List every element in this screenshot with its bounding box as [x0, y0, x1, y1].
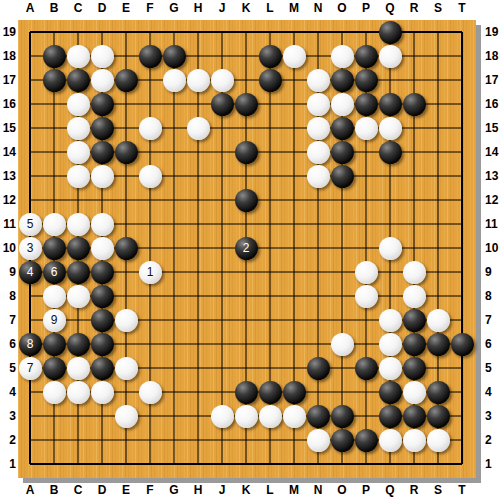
row-label-17: 17 — [485, 73, 498, 87]
white-stone-R9 — [403, 261, 426, 284]
white-stone-B11 — [43, 213, 66, 236]
black-stone-Q4 — [379, 381, 402, 404]
black-stone-S6 — [427, 333, 450, 356]
intersection-A10[interactable]: 3 — [18, 236, 42, 260]
row-label-6: 6 — [485, 337, 492, 351]
row-label-5: 5 — [9, 361, 16, 375]
black-stone-P5 — [355, 357, 378, 380]
white-stone-S7 — [427, 309, 450, 332]
intersection-C6[interactable] — [66, 332, 90, 356]
intersection-C18[interactable] — [66, 44, 90, 68]
intersection-R9[interactable] — [402, 260, 426, 284]
white-stone-C15 — [67, 117, 90, 140]
white-stone-D18 — [91, 45, 114, 68]
black-stone-M4 — [283, 381, 306, 404]
col-label-Q: Q — [385, 1, 394, 15]
col-label-T: T — [458, 1, 465, 15]
row-label-9: 9 — [9, 265, 16, 279]
intersection-E7[interactable] — [114, 308, 138, 332]
black-stone-Q14 — [379, 141, 402, 164]
row-label-18: 18 — [485, 49, 498, 63]
intersection-D9[interactable] — [90, 260, 114, 284]
intersection-H17[interactable] — [186, 68, 210, 92]
intersection-D17[interactable] — [90, 68, 114, 92]
intersection-B4[interactable] — [42, 380, 66, 404]
black-stone-D7 — [91, 309, 114, 332]
white-stone-R2 — [403, 429, 426, 452]
intersection-K3[interactable] — [234, 404, 258, 428]
intersection-F9[interactable]: 1 — [138, 260, 162, 284]
white-stone-C13 — [67, 165, 90, 188]
white-stone-S2 — [427, 429, 450, 452]
intersection-O2[interactable] — [330, 428, 354, 452]
intersection-B7[interactable]: 9 — [42, 308, 66, 332]
white-stone-F9: 1 — [139, 261, 162, 284]
intersection-Q5[interactable] — [378, 356, 402, 380]
black-stone-A9: 4 — [19, 261, 42, 284]
intersection-R6[interactable] — [402, 332, 426, 356]
white-stone-E7 — [115, 309, 138, 332]
col-label-H: H — [194, 1, 203, 15]
intersection-D8[interactable] — [90, 284, 114, 308]
white-stone-C16 — [67, 93, 90, 116]
intersection-R5[interactable] — [402, 356, 426, 380]
black-stone-C6 — [67, 333, 90, 356]
white-stone-C11 — [67, 213, 90, 236]
white-stone-A5: 7 — [19, 357, 42, 380]
intersection-E5[interactable] — [114, 356, 138, 380]
row-label-10: 10 — [485, 241, 498, 255]
intersection-P8[interactable] — [354, 284, 378, 308]
intersection-H15[interactable] — [186, 116, 210, 140]
intersection-L17[interactable] — [258, 68, 282, 92]
intersection-J3[interactable] — [210, 404, 234, 428]
row-label-12: 12 — [485, 193, 498, 207]
col-label-J: J — [219, 483, 226, 497]
intersection-N15[interactable] — [306, 116, 330, 140]
intersection-C15[interactable] — [66, 116, 90, 140]
intersection-O14[interactable] — [330, 140, 354, 164]
black-stone-A6: 8 — [19, 333, 42, 356]
intersection-Q3[interactable] — [378, 404, 402, 428]
intersection-P5[interactable] — [354, 356, 378, 380]
white-stone-M18 — [283, 45, 306, 68]
intersection-K12[interactable] — [234, 188, 258, 212]
col-label-G: G — [169, 483, 178, 497]
white-stone-P8 — [355, 285, 378, 308]
intersection-Q19[interactable] — [378, 20, 402, 44]
intersection-C9[interactable] — [66, 260, 90, 284]
white-stone-E5 — [115, 357, 138, 380]
black-stone-E14 — [115, 141, 138, 164]
white-stone-Q18 — [379, 45, 402, 68]
intersection-N5[interactable] — [306, 356, 330, 380]
left-coordinate-labels: 19181716151413121110987654321 — [0, 20, 16, 478]
row-label-16: 16 — [485, 97, 498, 111]
col-label-P: P — [362, 483, 370, 497]
col-label-S: S — [434, 1, 442, 15]
intersection-B10[interactable] — [42, 236, 66, 260]
col-label-O: O — [337, 1, 346, 15]
black-stone-L4 — [259, 381, 282, 404]
black-stone-C10 — [67, 237, 90, 260]
col-label-E: E — [122, 483, 130, 497]
black-stone-K12 — [235, 189, 258, 212]
intersection-D15[interactable] — [90, 116, 114, 140]
col-label-L: L — [266, 483, 273, 497]
intersection-K16[interactable] — [234, 92, 258, 116]
intersection-B8[interactable] — [42, 284, 66, 308]
black-stone-K10: 2 — [235, 237, 258, 260]
row-label-9: 9 — [485, 265, 492, 279]
intersection-B18[interactable] — [42, 44, 66, 68]
white-stone-D17 — [91, 69, 114, 92]
col-label-K: K — [242, 1, 251, 15]
black-stone-B9: 6 — [43, 261, 66, 284]
intersection-L18[interactable] — [258, 44, 282, 68]
white-stone-L3 — [259, 405, 282, 428]
intersection-S2[interactable] — [426, 428, 450, 452]
intersection-N2[interactable] — [306, 428, 330, 452]
white-stone-Q15 — [379, 117, 402, 140]
black-stone-E17 — [115, 69, 138, 92]
row-label-14: 14 — [485, 145, 498, 159]
black-stone-R7 — [403, 309, 426, 332]
intersection-F4[interactable] — [138, 380, 162, 404]
white-stone-C18 — [67, 45, 90, 68]
intersection-K10[interactable]: 2 — [234, 236, 258, 260]
white-stone-Q7 — [379, 309, 402, 332]
row-label-5: 5 — [485, 361, 492, 375]
intersection-C5[interactable] — [66, 356, 90, 380]
intersection-S4[interactable] — [426, 380, 450, 404]
col-label-D: D — [98, 1, 107, 15]
black-stone-B18 — [43, 45, 66, 68]
go-board: 532461987 — [18, 20, 476, 478]
intersection-N14[interactable] — [306, 140, 330, 164]
row-label-4: 4 — [9, 385, 16, 399]
intersection-A9[interactable]: 4 — [18, 260, 42, 284]
row-label-13: 13 — [3, 169, 16, 183]
black-stone-C17 — [67, 69, 90, 92]
move-number-3: 3 — [27, 242, 34, 254]
col-label-Q: Q — [385, 483, 394, 497]
black-stone-O14 — [331, 141, 354, 164]
move-number-5: 5 — [27, 218, 34, 230]
white-stone-D4 — [91, 381, 114, 404]
intersection-O6[interactable] — [330, 332, 354, 356]
intersection-D14[interactable] — [90, 140, 114, 164]
intersection-S6[interactable] — [426, 332, 450, 356]
intersection-R3[interactable] — [402, 404, 426, 428]
white-stone-M3 — [283, 405, 306, 428]
intersection-O15[interactable] — [330, 116, 354, 140]
black-stone-P16 — [355, 93, 378, 116]
white-stone-D10 — [91, 237, 114, 260]
intersection-F15[interactable] — [138, 116, 162, 140]
row-label-10: 10 — [3, 241, 16, 255]
intersection-K14[interactable] — [234, 140, 258, 164]
intersection-E17[interactable] — [114, 68, 138, 92]
row-label-3: 3 — [485, 409, 492, 423]
intersection-N17[interactable] — [306, 68, 330, 92]
intersection-Q14[interactable] — [378, 140, 402, 164]
move-number-1: 1 — [147, 266, 154, 278]
intersection-A11[interactable]: 5 — [18, 212, 42, 236]
col-label-M: M — [289, 1, 299, 15]
black-stone-O15 — [331, 117, 354, 140]
black-stone-P2 — [355, 429, 378, 452]
black-stone-P17 — [355, 69, 378, 92]
intersection-D6[interactable] — [90, 332, 114, 356]
intersection-B17[interactable] — [42, 68, 66, 92]
intersection-A5[interactable]: 7 — [18, 356, 42, 380]
row-label-6: 6 — [9, 337, 16, 351]
white-stone-N2 — [307, 429, 330, 452]
row-label-15: 15 — [3, 121, 16, 135]
white-stone-F13 — [139, 165, 162, 188]
white-stone-N13 — [307, 165, 330, 188]
black-stone-O17 — [331, 69, 354, 92]
white-stone-C14 — [67, 141, 90, 164]
black-stone-Q3 — [379, 405, 402, 428]
intersection-D18[interactable] — [90, 44, 114, 68]
black-stone-R5 — [403, 357, 426, 380]
intersection-Q16[interactable] — [378, 92, 402, 116]
row-label-2: 2 — [485, 433, 492, 447]
intersection-Q7[interactable] — [378, 308, 402, 332]
intersection-E14[interactable] — [114, 140, 138, 164]
intersection-M18[interactable] — [282, 44, 306, 68]
black-stone-N3 — [307, 405, 330, 428]
intersection-D5[interactable] — [90, 356, 114, 380]
row-label-13: 13 — [485, 169, 498, 183]
intersection-J16[interactable] — [210, 92, 234, 116]
col-label-T: T — [458, 483, 465, 497]
white-stone-N15 — [307, 117, 330, 140]
intersection-R8[interactable] — [402, 284, 426, 308]
intersection-Q4[interactable] — [378, 380, 402, 404]
black-stone-B17 — [43, 69, 66, 92]
white-stone-G17 — [163, 69, 186, 92]
black-stone-J16 — [211, 93, 234, 116]
intersection-B9[interactable]: 6 — [42, 260, 66, 284]
intersection-Q15[interactable] — [378, 116, 402, 140]
intersection-Q2[interactable] — [378, 428, 402, 452]
black-stone-G18 — [163, 45, 186, 68]
intersection-O17[interactable] — [330, 68, 354, 92]
col-label-A: A — [26, 1, 35, 15]
black-stone-L18 — [259, 45, 282, 68]
intersection-P2[interactable] — [354, 428, 378, 452]
intersection-C8[interactable] — [66, 284, 90, 308]
intersection-O3[interactable] — [330, 404, 354, 428]
black-stone-R16 — [403, 93, 426, 116]
intersection-Q18[interactable] — [378, 44, 402, 68]
intersection-R2[interactable] — [402, 428, 426, 452]
white-stone-O16 — [331, 93, 354, 116]
black-stone-T6 — [451, 333, 474, 356]
intersection-O13[interactable] — [330, 164, 354, 188]
row-label-14: 14 — [3, 145, 16, 159]
intersection-M4[interactable] — [282, 380, 306, 404]
intersection-E10[interactable] — [114, 236, 138, 260]
intersection-C11[interactable] — [66, 212, 90, 236]
white-stone-A10: 3 — [19, 237, 42, 260]
black-stone-B6 — [43, 333, 66, 356]
intersection-L4[interactable] — [258, 380, 282, 404]
intersection-P18[interactable] — [354, 44, 378, 68]
intersection-P17[interactable] — [354, 68, 378, 92]
intersection-S3[interactable] — [426, 404, 450, 428]
intersection-D16[interactable] — [90, 92, 114, 116]
row-label-17: 17 — [3, 73, 16, 87]
black-stone-Q19 — [379, 21, 402, 44]
black-stone-D14 — [91, 141, 114, 164]
white-stone-Q10 — [379, 237, 402, 260]
col-label-C: C — [74, 1, 83, 15]
col-label-E: E — [122, 1, 130, 15]
row-label-19: 19 — [3, 25, 16, 39]
white-stone-K3 — [235, 405, 258, 428]
col-label-H: H — [194, 483, 203, 497]
intersection-E3[interactable] — [114, 404, 138, 428]
row-label-3: 3 — [9, 409, 16, 423]
white-stone-E3 — [115, 405, 138, 428]
row-label-8: 8 — [9, 289, 16, 303]
col-label-J: J — [219, 1, 226, 15]
top-coordinate-labels: ABCDEFGHJKLMNOPQRST — [18, 1, 476, 15]
black-stone-O2 — [331, 429, 354, 452]
white-stone-P9 — [355, 261, 378, 284]
col-label-M: M — [289, 483, 299, 497]
intersection-N13[interactable] — [306, 164, 330, 188]
white-stone-D11 — [91, 213, 114, 236]
white-stone-N17 — [307, 69, 330, 92]
white-stone-R4 — [403, 381, 426, 404]
white-stone-O18 — [331, 45, 354, 68]
intersection-D4[interactable] — [90, 380, 114, 404]
black-stone-S3 — [427, 405, 450, 428]
row-label-11: 11 — [485, 217, 498, 231]
intersection-B11[interactable] — [42, 212, 66, 236]
row-label-2: 2 — [9, 433, 16, 447]
row-label-15: 15 — [485, 121, 498, 135]
row-label-16: 16 — [3, 97, 16, 111]
intersection-O16[interactable] — [330, 92, 354, 116]
col-label-O: O — [337, 483, 346, 497]
intersection-G17[interactable] — [162, 68, 186, 92]
white-stone-D13 — [91, 165, 114, 188]
white-stone-F15 — [139, 117, 162, 140]
intersection-P9[interactable] — [354, 260, 378, 284]
col-label-A: A — [26, 483, 35, 497]
intersection-A6[interactable]: 8 — [18, 332, 42, 356]
intersection-D11[interactable] — [90, 212, 114, 236]
row-label-7: 7 — [485, 313, 492, 327]
intersection-L3[interactable] — [258, 404, 282, 428]
intersection-C16[interactable] — [66, 92, 90, 116]
intersection-B6[interactable] — [42, 332, 66, 356]
intersection-D10[interactable] — [90, 236, 114, 260]
intersection-C13[interactable] — [66, 164, 90, 188]
move-number-7: 7 — [27, 362, 34, 374]
col-label-G: G — [169, 1, 178, 15]
col-label-R: R — [410, 483, 419, 497]
white-stone-Q5 — [379, 357, 402, 380]
intersection-C10[interactable] — [66, 236, 90, 260]
intersection-B5[interactable] — [42, 356, 66, 380]
intersection-S7[interactable] — [426, 308, 450, 332]
col-label-P: P — [362, 1, 370, 15]
intersection-P15[interactable] — [354, 116, 378, 140]
black-stone-D5 — [91, 357, 114, 380]
intersection-F13[interactable] — [138, 164, 162, 188]
black-stone-L17 — [259, 69, 282, 92]
white-stone-N14 — [307, 141, 330, 164]
black-stone-C9 — [67, 261, 90, 284]
white-stone-H15 — [187, 117, 210, 140]
black-stone-O3 — [331, 405, 354, 428]
intersection-O18[interactable] — [330, 44, 354, 68]
black-stone-B10 — [43, 237, 66, 260]
black-stone-R6 — [403, 333, 426, 356]
intersection-K4[interactable] — [234, 380, 258, 404]
stone-layer: 532461987 — [18, 20, 474, 476]
intersection-C14[interactable] — [66, 140, 90, 164]
row-label-1: 1 — [9, 457, 16, 471]
move-number-4: 4 — [27, 266, 34, 278]
intersection-N3[interactable] — [306, 404, 330, 428]
black-stone-D9 — [91, 261, 114, 284]
col-label-D: D — [98, 483, 107, 497]
row-label-18: 18 — [3, 49, 16, 63]
intersection-G18[interactable] — [162, 44, 186, 68]
black-stone-Q16 — [379, 93, 402, 116]
white-stone-F4 — [139, 381, 162, 404]
intersection-R16[interactable] — [402, 92, 426, 116]
white-stone-C5 — [67, 357, 90, 380]
bottom-coordinate-labels: ABCDEFGHJKLMNOPQRST — [18, 483, 476, 497]
col-label-F: F — [146, 483, 153, 497]
intersection-Q10[interactable] — [378, 236, 402, 260]
row-label-4: 4 — [485, 385, 492, 399]
intersection-M3[interactable] — [282, 404, 306, 428]
col-label-R: R — [410, 1, 419, 15]
black-stone-O13 — [331, 165, 354, 188]
intersection-D13[interactable] — [90, 164, 114, 188]
black-stone-B5 — [43, 357, 66, 380]
black-stone-S4 — [427, 381, 450, 404]
intersection-D7[interactable] — [90, 308, 114, 332]
white-stone-J3 — [211, 405, 234, 428]
intersection-F18[interactable] — [138, 44, 162, 68]
move-number-8: 8 — [27, 338, 34, 350]
intersection-J17[interactable] — [210, 68, 234, 92]
intersection-C4[interactable] — [66, 380, 90, 404]
white-stone-A11: 5 — [19, 213, 42, 236]
black-stone-N5 — [307, 357, 330, 380]
row-label-8: 8 — [485, 289, 492, 303]
white-stone-J17 — [211, 69, 234, 92]
intersection-R7[interactable] — [402, 308, 426, 332]
intersection-C17[interactable] — [66, 68, 90, 92]
intersection-P16[interactable] — [354, 92, 378, 116]
intersection-R4[interactable] — [402, 380, 426, 404]
intersection-N16[interactable] — [306, 92, 330, 116]
intersection-Q6[interactable] — [378, 332, 402, 356]
intersection-T6[interactable] — [450, 332, 474, 356]
